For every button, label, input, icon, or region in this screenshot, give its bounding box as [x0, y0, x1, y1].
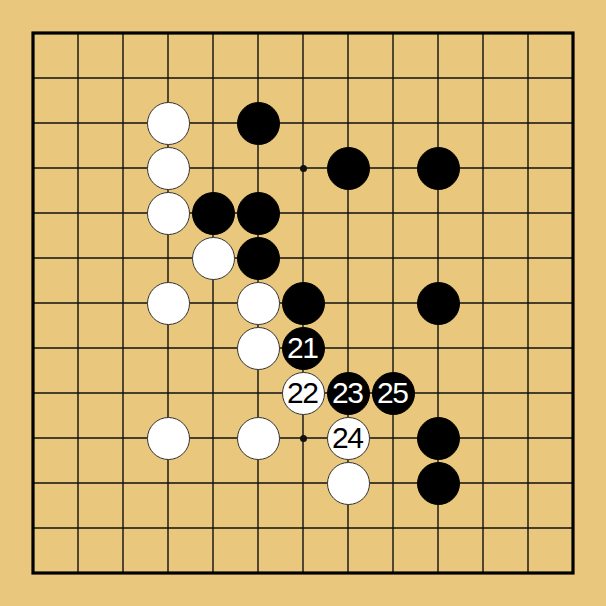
stone-black[interactable]: [282, 282, 325, 325]
move-number-label: 23: [332, 378, 362, 408]
star-point: [300, 435, 307, 442]
stone-black-move-21[interactable]: 21: [282, 327, 325, 370]
stone-white[interactable]: [327, 462, 370, 505]
go-diagram-page: 2122232524: [0, 0, 606, 606]
stone-black[interactable]: [417, 147, 460, 190]
move-number-label: 22: [287, 378, 317, 408]
stone-white[interactable]: [147, 147, 190, 190]
stone-black-move-23[interactable]: 23: [327, 372, 370, 415]
stone-black[interactable]: [327, 147, 370, 190]
stone-black[interactable]: [417, 462, 460, 505]
move-number-label: 25: [377, 378, 407, 408]
stone-white-move-22[interactable]: 22: [282, 372, 325, 415]
stone-white[interactable]: [147, 192, 190, 235]
stone-white[interactable]: [147, 417, 190, 460]
stone-white[interactable]: [237, 417, 280, 460]
stone-black[interactable]: [417, 282, 460, 325]
stone-white[interactable]: [147, 282, 190, 325]
stone-white-move-24[interactable]: 24: [327, 417, 370, 460]
stone-black[interactable]: [192, 192, 235, 235]
stone-black[interactable]: [417, 417, 460, 460]
move-number-label: 24: [332, 423, 362, 453]
board-points-layer: 2122232524: [11, 11, 596, 596]
stone-black[interactable]: [237, 192, 280, 235]
stone-black-move-25[interactable]: 25: [372, 372, 415, 415]
stone-white[interactable]: [192, 237, 235, 280]
move-number-label: 21: [287, 333, 317, 363]
star-point: [300, 165, 307, 172]
stone-white[interactable]: [147, 102, 190, 145]
stone-black[interactable]: [237, 102, 280, 145]
go-board[interactable]: 2122232524: [0, 0, 606, 606]
stone-white[interactable]: [237, 282, 280, 325]
stone-black[interactable]: [237, 237, 280, 280]
stone-white[interactable]: [237, 327, 280, 370]
